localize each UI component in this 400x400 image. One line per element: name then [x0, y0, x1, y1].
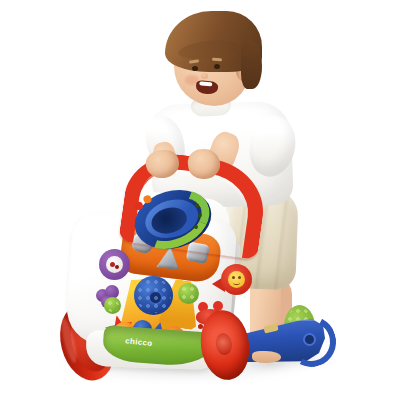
ring-rattle-ball: [106, 256, 123, 273]
child-hair-side: [241, 40, 262, 89]
product-photo-scene: chicco: [0, 0, 400, 400]
fish-smiley-face: [228, 271, 245, 288]
blue-textured-spinner: [134, 276, 173, 315]
child-toes: [252, 351, 281, 363]
rattle-ball-spot-2: [115, 265, 119, 269]
purple-ring-rattle: [99, 249, 130, 280]
child-nose: [201, 73, 208, 79]
fish-smile: [233, 280, 240, 285]
child-teeth: [199, 81, 212, 86]
fish-eye-left: [232, 276, 235, 279]
chicco-logo: chicco: [125, 336, 153, 348]
right-wheel-hub: [214, 332, 233, 356]
fish-body: [221, 264, 252, 295]
fish-eye-right: [238, 276, 241, 279]
roller-hub: [303, 333, 316, 346]
green-ball-right: [178, 283, 199, 304]
child-right-eye: [214, 64, 220, 69]
child-left-eye: [192, 66, 198, 71]
green-ball-left: [104, 297, 121, 314]
spinner-hub: [148, 290, 163, 305]
